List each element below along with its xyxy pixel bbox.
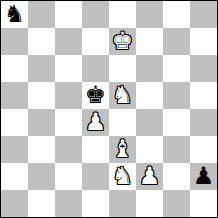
- square-c7[interactable]: [55, 28, 82, 55]
- black-knight-a8[interactable]: ♞: [4, 1, 26, 28]
- white-knight-e2[interactable]: ♞: [112, 163, 134, 190]
- white-bishop-e3[interactable]: ♝: [112, 136, 134, 163]
- square-b8[interactable]: [28, 1, 55, 28]
- square-g2[interactable]: [163, 163, 190, 190]
- square-a5[interactable]: [1, 82, 28, 109]
- square-c4[interactable]: [55, 109, 82, 136]
- square-f5[interactable]: [136, 82, 163, 109]
- square-h6[interactable]: [190, 55, 217, 82]
- square-e1[interactable]: [109, 190, 136, 217]
- square-a1[interactable]: [1, 190, 28, 217]
- square-f7[interactable]: [136, 28, 163, 55]
- black-king-d5[interactable]: ♚: [85, 82, 107, 109]
- square-e7[interactable]: ♚: [109, 28, 136, 55]
- square-a6[interactable]: [1, 55, 28, 82]
- square-g3[interactable]: [163, 136, 190, 163]
- square-e3[interactable]: ♝: [109, 136, 136, 163]
- square-h1[interactable]: [190, 190, 217, 217]
- square-g6[interactable]: [163, 55, 190, 82]
- white-king-e7[interactable]: ♚: [112, 28, 134, 55]
- chess-diagram: ♞♚♚♞♟♝♞♟♟: [0, 0, 218, 218]
- white-pawn-d4[interactable]: ♟: [85, 109, 107, 136]
- square-a4[interactable]: [1, 109, 28, 136]
- square-d3[interactable]: [82, 136, 109, 163]
- square-b7[interactable]: [28, 28, 55, 55]
- square-g4[interactable]: [163, 109, 190, 136]
- square-h3[interactable]: [190, 136, 217, 163]
- white-knight-e5[interactable]: ♞: [112, 82, 134, 109]
- square-d5[interactable]: ♚: [82, 82, 109, 109]
- square-a7[interactable]: [1, 28, 28, 55]
- square-b1[interactable]: [28, 190, 55, 217]
- black-pawn-h2[interactable]: ♟: [193, 163, 215, 190]
- square-h2[interactable]: ♟: [190, 163, 217, 190]
- square-c3[interactable]: [55, 136, 82, 163]
- square-b2[interactable]: [28, 163, 55, 190]
- square-e6[interactable]: [109, 55, 136, 82]
- square-c5[interactable]: [55, 82, 82, 109]
- square-c2[interactable]: [55, 163, 82, 190]
- square-d4[interactable]: ♟: [82, 109, 109, 136]
- square-g8[interactable]: [163, 1, 190, 28]
- square-h8[interactable]: [190, 1, 217, 28]
- square-b6[interactable]: [28, 55, 55, 82]
- square-c8[interactable]: [55, 1, 82, 28]
- square-f3[interactable]: [136, 136, 163, 163]
- square-a2[interactable]: [1, 163, 28, 190]
- square-f2[interactable]: ♟: [136, 163, 163, 190]
- square-f8[interactable]: [136, 1, 163, 28]
- square-d7[interactable]: [82, 28, 109, 55]
- square-e8[interactable]: [109, 1, 136, 28]
- square-c1[interactable]: [55, 190, 82, 217]
- square-c6[interactable]: [55, 55, 82, 82]
- square-b4[interactable]: [28, 109, 55, 136]
- square-h5[interactable]: [190, 82, 217, 109]
- square-e4[interactable]: [109, 109, 136, 136]
- square-g1[interactable]: [163, 190, 190, 217]
- square-d1[interactable]: [82, 190, 109, 217]
- square-h4[interactable]: [190, 109, 217, 136]
- square-d2[interactable]: [82, 163, 109, 190]
- square-d8[interactable]: [82, 1, 109, 28]
- square-a8[interactable]: ♞: [1, 1, 28, 28]
- square-f6[interactable]: [136, 55, 163, 82]
- square-a3[interactable]: [1, 136, 28, 163]
- chess-board: ♞♚♚♞♟♝♞♟♟: [0, 0, 218, 218]
- white-pawn-f2[interactable]: ♟: [139, 163, 161, 190]
- square-b3[interactable]: [28, 136, 55, 163]
- square-b5[interactable]: [28, 82, 55, 109]
- square-h7[interactable]: [190, 28, 217, 55]
- square-g7[interactable]: [163, 28, 190, 55]
- square-e2[interactable]: ♞: [109, 163, 136, 190]
- square-f4[interactable]: [136, 109, 163, 136]
- square-e5[interactable]: ♞: [109, 82, 136, 109]
- square-g5[interactable]: [163, 82, 190, 109]
- square-f1[interactable]: [136, 190, 163, 217]
- square-d6[interactable]: [82, 55, 109, 82]
